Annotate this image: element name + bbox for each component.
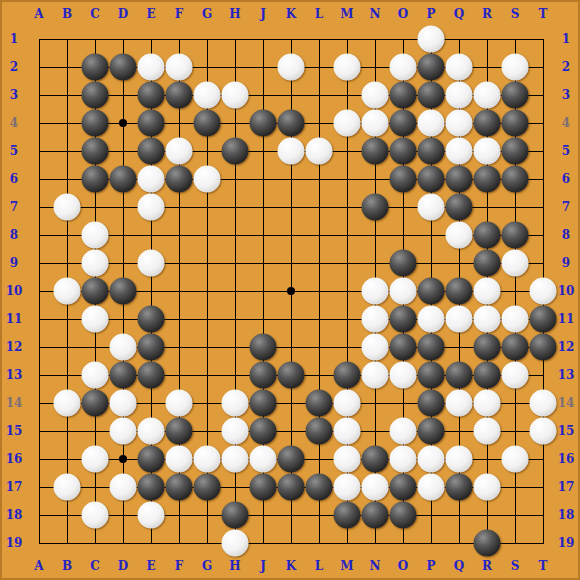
board-point[interactable] [249,529,277,557]
board-point[interactable] [81,109,109,137]
board-point[interactable] [109,193,137,221]
board-point[interactable] [25,81,53,109]
board-point[interactable] [277,249,305,277]
board-point[interactable] [109,473,137,501]
board-point[interactable] [333,277,361,305]
board-point[interactable] [193,137,221,165]
board-point[interactable] [305,277,333,305]
board-point[interactable] [417,137,445,165]
board-point[interactable] [221,221,249,249]
board-point[interactable] [361,277,389,305]
board-point[interactable] [277,137,305,165]
board-point[interactable] [417,473,445,501]
board-point[interactable] [165,361,193,389]
board-point[interactable] [361,473,389,501]
board-point[interactable] [25,137,53,165]
board-point[interactable] [221,81,249,109]
board-point[interactable] [81,81,109,109]
board-point[interactable] [473,529,501,557]
board-point[interactable] [221,305,249,333]
board-point[interactable] [445,277,473,305]
board-point[interactable] [249,193,277,221]
board-point[interactable] [25,25,53,53]
board-point[interactable] [361,529,389,557]
board-point[interactable] [249,389,277,417]
board-point[interactable] [445,305,473,333]
board-point[interactable] [81,501,109,529]
board-point[interactable] [221,389,249,417]
board-point[interactable] [277,305,305,333]
board-point[interactable] [333,81,361,109]
board-point[interactable] [529,305,557,333]
board-point[interactable] [25,109,53,137]
board-point[interactable] [529,109,557,137]
board-point[interactable] [53,109,81,137]
board-point[interactable] [501,305,529,333]
board-point[interactable] [445,193,473,221]
board-point[interactable] [473,445,501,473]
board-point[interactable] [109,305,137,333]
board-point[interactable] [221,417,249,445]
board-point[interactable] [25,165,53,193]
board-point[interactable] [473,277,501,305]
board-point[interactable] [137,529,165,557]
board-point[interactable] [445,501,473,529]
board-point[interactable] [501,137,529,165]
board-point[interactable] [53,165,81,193]
board-point[interactable] [137,193,165,221]
board-point[interactable] [137,445,165,473]
board-point[interactable] [417,221,445,249]
board-point[interactable] [25,249,53,277]
board-point[interactable] [137,137,165,165]
board-point[interactable] [417,193,445,221]
board-point[interactable] [529,389,557,417]
board-point[interactable] [249,221,277,249]
board-point[interactable] [501,193,529,221]
board-point[interactable] [501,277,529,305]
board-point[interactable] [109,277,137,305]
board-point[interactable] [53,445,81,473]
board-point[interactable] [249,109,277,137]
board-point[interactable] [109,445,137,473]
board-point[interactable] [25,417,53,445]
board-point[interactable] [501,81,529,109]
board-point[interactable] [473,25,501,53]
board-point[interactable] [25,389,53,417]
board-point[interactable] [53,305,81,333]
board-point[interactable] [277,165,305,193]
board-point[interactable] [193,81,221,109]
board-point[interactable] [305,333,333,361]
board-point[interactable] [277,361,305,389]
board-point[interactable] [249,333,277,361]
board-point[interactable] [25,333,53,361]
board-point[interactable] [305,53,333,81]
board-point[interactable] [333,249,361,277]
board-point[interactable] [221,361,249,389]
board-point[interactable] [473,501,501,529]
board-point[interactable] [305,529,333,557]
board-point[interactable] [193,53,221,81]
board-point[interactable] [473,473,501,501]
board-point[interactable] [333,417,361,445]
board-point[interactable] [193,221,221,249]
board-point[interactable] [81,445,109,473]
board-point[interactable] [389,221,417,249]
board-point[interactable] [305,473,333,501]
board-point[interactable] [25,501,53,529]
board-point[interactable] [193,109,221,137]
board-point[interactable] [361,25,389,53]
board-point[interactable] [137,25,165,53]
board-point[interactable] [165,165,193,193]
board-point[interactable] [193,333,221,361]
board-point[interactable] [361,389,389,417]
board-point[interactable] [109,417,137,445]
board-point[interactable] [81,25,109,53]
board-point[interactable] [389,81,417,109]
board-point[interactable] [305,501,333,529]
board-point[interactable] [305,305,333,333]
board-point[interactable] [137,165,165,193]
board-point[interactable] [529,53,557,81]
board-point[interactable] [109,81,137,109]
board-point[interactable] [361,445,389,473]
board-point[interactable] [445,445,473,473]
board-point[interactable] [277,417,305,445]
board-point[interactable] [193,277,221,305]
board-point[interactable] [277,333,305,361]
board-point[interactable] [361,333,389,361]
board-point[interactable] [165,221,193,249]
board-point[interactable] [193,305,221,333]
board-point[interactable] [53,501,81,529]
board-point[interactable] [137,277,165,305]
board-point[interactable] [221,109,249,137]
board-point[interactable] [53,473,81,501]
board-point[interactable] [529,529,557,557]
board-point[interactable] [53,81,81,109]
board-point[interactable] [277,529,305,557]
board-point[interactable] [501,389,529,417]
board-point[interactable] [137,417,165,445]
board-point[interactable] [277,25,305,53]
board-point[interactable] [361,249,389,277]
board-point[interactable] [361,109,389,137]
board-point[interactable] [417,165,445,193]
board-point[interactable] [501,445,529,473]
board-point[interactable] [53,417,81,445]
board-point[interactable] [361,361,389,389]
board-point[interactable] [333,501,361,529]
board-point[interactable] [193,249,221,277]
board-point[interactable] [165,109,193,137]
board-point[interactable] [81,277,109,305]
board-point[interactable] [137,249,165,277]
board-point[interactable] [277,501,305,529]
board-point[interactable] [109,389,137,417]
board-point[interactable] [137,389,165,417]
board-point[interactable] [501,221,529,249]
board-point[interactable] [137,361,165,389]
board-point[interactable] [501,25,529,53]
board-point[interactable] [333,221,361,249]
board-point[interactable] [473,193,501,221]
board-point[interactable] [249,361,277,389]
board-point[interactable] [473,137,501,165]
board-point[interactable] [445,137,473,165]
board-point[interactable] [165,277,193,305]
board-point[interactable] [333,53,361,81]
board-point[interactable] [417,529,445,557]
board-point[interactable] [501,249,529,277]
board-point[interactable] [165,81,193,109]
board-point[interactable] [305,81,333,109]
board-point[interactable] [361,137,389,165]
board-point[interactable] [25,473,53,501]
board-point[interactable] [333,389,361,417]
board-point[interactable] [445,53,473,81]
board-point[interactable] [53,53,81,81]
board-point[interactable] [109,529,137,557]
board-point[interactable] [333,473,361,501]
board-point[interactable] [221,249,249,277]
board-point[interactable] [193,473,221,501]
board-point[interactable] [333,165,361,193]
board-point[interactable] [361,165,389,193]
board-point[interactable] [333,25,361,53]
board-point[interactable] [193,445,221,473]
board-point[interactable] [501,361,529,389]
board-point[interactable] [137,501,165,529]
board-point[interactable] [249,165,277,193]
board-point[interactable] [137,81,165,109]
board-point[interactable] [249,277,277,305]
board-point[interactable] [501,501,529,529]
board-point[interactable] [81,221,109,249]
board-point[interactable] [473,81,501,109]
board-point[interactable] [361,53,389,81]
board-point[interactable] [305,417,333,445]
board-point[interactable] [389,417,417,445]
board-point[interactable] [389,473,417,501]
board-point[interactable] [221,445,249,473]
board-point[interactable] [445,361,473,389]
board-point[interactable] [529,277,557,305]
board-point[interactable] [165,501,193,529]
board-point[interactable] [165,25,193,53]
board-point[interactable] [473,305,501,333]
board-point[interactable] [389,53,417,81]
board-point[interactable] [109,25,137,53]
board-point[interactable] [249,501,277,529]
board-point[interactable] [53,137,81,165]
board-point[interactable] [165,53,193,81]
board-point[interactable] [473,417,501,445]
board-point[interactable] [277,277,305,305]
board-point[interactable] [417,277,445,305]
board-point[interactable] [193,361,221,389]
board-point[interactable] [109,501,137,529]
board-point[interactable] [53,249,81,277]
board-point[interactable] [305,389,333,417]
board-point[interactable] [417,333,445,361]
board-point[interactable] [529,25,557,53]
board-point[interactable] [81,361,109,389]
board-point[interactable] [277,81,305,109]
board-point[interactable] [333,193,361,221]
board-point[interactable] [165,417,193,445]
board-point[interactable] [249,53,277,81]
board-point[interactable] [109,53,137,81]
board-point[interactable] [361,501,389,529]
board-point[interactable] [445,389,473,417]
board-point[interactable] [277,193,305,221]
board-point[interactable] [417,305,445,333]
board-point[interactable] [109,333,137,361]
board-point[interactable] [333,333,361,361]
board-point[interactable] [109,137,137,165]
board-point[interactable] [305,109,333,137]
board-point[interactable] [305,361,333,389]
board-point[interactable] [193,389,221,417]
board-point[interactable] [109,361,137,389]
board-point[interactable] [81,389,109,417]
board-point[interactable] [473,53,501,81]
board-point[interactable] [221,53,249,81]
board-point[interactable] [417,109,445,137]
board-point[interactable] [165,529,193,557]
board-point[interactable] [193,501,221,529]
board-point[interactable] [249,25,277,53]
board-point[interactable] [137,109,165,137]
board-point[interactable] [249,249,277,277]
board-point[interactable] [277,473,305,501]
board-point[interactable] [445,25,473,53]
board-point[interactable] [109,249,137,277]
board-point[interactable] [277,53,305,81]
board-point[interactable] [25,277,53,305]
board-point[interactable] [137,305,165,333]
board-point[interactable] [277,109,305,137]
board-point[interactable] [165,193,193,221]
board-point[interactable] [445,249,473,277]
board-point[interactable] [529,137,557,165]
board-point[interactable] [53,529,81,557]
board-point[interactable] [389,25,417,53]
board-point[interactable] [389,109,417,137]
board-point[interactable] [389,165,417,193]
board-point[interactable] [277,221,305,249]
board-point[interactable] [333,361,361,389]
board-point[interactable] [445,333,473,361]
board-point[interactable] [529,333,557,361]
board-point[interactable] [501,165,529,193]
board-point[interactable] [193,25,221,53]
board-point[interactable] [529,445,557,473]
board-point[interactable] [81,193,109,221]
board-point[interactable] [529,221,557,249]
board-point[interactable] [249,137,277,165]
board-point[interactable] [81,305,109,333]
board-point[interactable] [305,137,333,165]
board-point[interactable] [445,221,473,249]
board-point[interactable] [249,305,277,333]
board-point[interactable] [305,165,333,193]
board-point[interactable] [53,193,81,221]
board-point[interactable] [361,221,389,249]
board-point[interactable] [193,417,221,445]
board-point[interactable] [249,81,277,109]
board-point[interactable] [81,137,109,165]
board-point[interactable] [249,445,277,473]
board-point[interactable] [389,305,417,333]
board-point[interactable] [417,389,445,417]
board-point[interactable] [389,529,417,557]
board-point[interactable] [389,249,417,277]
board-point[interactable] [25,529,53,557]
board-point[interactable] [221,137,249,165]
board-point[interactable] [529,249,557,277]
board-point[interactable] [529,417,557,445]
board-point[interactable] [501,529,529,557]
board-point[interactable] [165,305,193,333]
board-point[interactable] [473,361,501,389]
board-point[interactable] [81,249,109,277]
board-point[interactable] [109,221,137,249]
board-point[interactable] [417,501,445,529]
board-point[interactable] [529,81,557,109]
board-point[interactable] [333,445,361,473]
board-point[interactable] [529,473,557,501]
board-point[interactable] [417,445,445,473]
board-point[interactable] [529,361,557,389]
board-point[interactable] [473,333,501,361]
board-point[interactable] [221,165,249,193]
board-point[interactable] [389,333,417,361]
board-point[interactable] [501,53,529,81]
board-point[interactable] [333,109,361,137]
board-point[interactable] [333,137,361,165]
board-point[interactable] [445,529,473,557]
board-point[interactable] [25,193,53,221]
board-point[interactable] [389,501,417,529]
board-point[interactable] [221,501,249,529]
board-point[interactable] [305,249,333,277]
board-point[interactable] [137,53,165,81]
board-point[interactable] [137,333,165,361]
board-point[interactable] [417,53,445,81]
board-point[interactable] [417,417,445,445]
board-point[interactable] [305,193,333,221]
board-point[interactable] [25,53,53,81]
board-point[interactable] [529,165,557,193]
board-point[interactable] [221,473,249,501]
board-point[interactable] [417,249,445,277]
board-point[interactable] [305,221,333,249]
board-point[interactable] [305,25,333,53]
board-point[interactable] [25,221,53,249]
board-point[interactable] [445,81,473,109]
board-point[interactable] [333,529,361,557]
board-point[interactable] [473,165,501,193]
board-point[interactable] [473,389,501,417]
board-point[interactable] [221,25,249,53]
board-point[interactable] [193,529,221,557]
board-point[interactable] [361,81,389,109]
board-point[interactable] [81,473,109,501]
